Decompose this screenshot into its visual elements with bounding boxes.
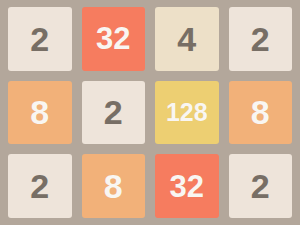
tile-4: 4 bbox=[155, 7, 219, 71]
tile-2: 2 bbox=[82, 81, 146, 145]
tile-8: 8 bbox=[229, 81, 293, 145]
tile-8: 8 bbox=[8, 81, 72, 145]
tile-128: 128 bbox=[155, 81, 219, 145]
tile-2: 2 bbox=[8, 154, 72, 218]
board-2048[interactable]: 2324282128828322 bbox=[0, 0, 300, 225]
tile-8: 8 bbox=[82, 154, 146, 218]
tile-2: 2 bbox=[8, 7, 72, 71]
tile-2: 2 bbox=[229, 154, 293, 218]
tile-2: 2 bbox=[229, 7, 293, 71]
tile-32: 32 bbox=[82, 7, 146, 71]
tile-32: 32 bbox=[155, 154, 219, 218]
